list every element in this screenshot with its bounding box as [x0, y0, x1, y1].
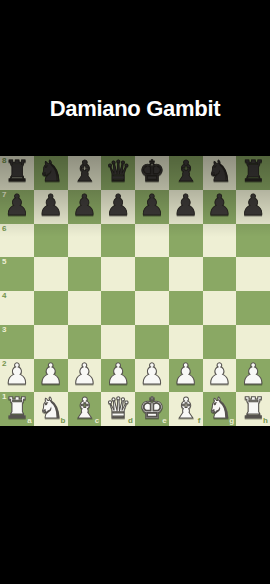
piece-black-bishop[interactable]: ♝	[173, 157, 199, 186]
square-g4[interactable]	[203, 291, 237, 325]
square-f2[interactable]: ♟	[169, 359, 203, 393]
piece-black-pawn[interactable]: ♟	[173, 191, 199, 220]
square-d8[interactable]: ♛	[101, 156, 135, 190]
square-e1[interactable]: e♚	[135, 392, 169, 426]
square-e3[interactable]	[135, 325, 169, 359]
piece-white-pawn[interactable]: ♟	[4, 360, 30, 389]
square-h4[interactable]	[236, 291, 270, 325]
square-f5[interactable]	[169, 257, 203, 291]
square-h7[interactable]: ♟	[236, 190, 270, 224]
square-f3[interactable]	[169, 325, 203, 359]
piece-black-pawn[interactable]: ♟	[105, 191, 131, 220]
square-h2[interactable]: ♟	[236, 359, 270, 393]
chess-board: 8♜♞♝♛♚♝♞♜7♟♟♟♟♟♟♟♟65432♟♟♟♟♟♟♟♟1a♜b♞c♝d♛…	[0, 156, 270, 426]
piece-black-queen[interactable]: ♛	[105, 157, 131, 186]
piece-white-pawn[interactable]: ♟	[105, 360, 131, 389]
square-a3[interactable]: 3	[0, 325, 34, 359]
square-e5[interactable]	[135, 257, 169, 291]
piece-white-bishop[interactable]: ♝	[71, 394, 97, 423]
piece-black-pawn[interactable]: ♟	[38, 191, 64, 220]
square-h3[interactable]	[236, 325, 270, 359]
square-b7[interactable]: ♟	[34, 190, 68, 224]
square-e8[interactable]: ♚	[135, 156, 169, 190]
square-e4[interactable]	[135, 291, 169, 325]
piece-white-pawn[interactable]: ♟	[38, 360, 64, 389]
square-g2[interactable]: ♟	[203, 359, 237, 393]
square-d3[interactable]	[101, 325, 135, 359]
square-b6[interactable]	[34, 224, 68, 258]
square-b1[interactable]: b♞	[34, 392, 68, 426]
piece-black-rook[interactable]: ♜	[4, 157, 30, 186]
piece-white-pawn[interactable]: ♟	[173, 360, 199, 389]
square-d4[interactable]	[101, 291, 135, 325]
square-b3[interactable]	[34, 325, 68, 359]
video-frame: Damiano Gambit 8♜♞♝♛♚♝♞♜7♟♟♟♟♟♟♟♟65432♟♟…	[0, 0, 270, 584]
square-d1[interactable]: d♛	[101, 392, 135, 426]
square-a2[interactable]: 2♟	[0, 359, 34, 393]
piece-white-knight[interactable]: ♞	[38, 394, 64, 423]
square-f8[interactable]: ♝	[169, 156, 203, 190]
rank-label-6: 6	[2, 225, 6, 233]
piece-white-pawn[interactable]: ♟	[139, 360, 165, 389]
square-f6[interactable]	[169, 224, 203, 258]
piece-black-pawn[interactable]: ♟	[71, 191, 97, 220]
square-d7[interactable]: ♟	[101, 190, 135, 224]
square-c2[interactable]: ♟	[68, 359, 102, 393]
square-c8[interactable]: ♝	[68, 156, 102, 190]
piece-black-king[interactable]: ♚	[139, 157, 165, 186]
piece-white-king[interactable]: ♚	[139, 394, 165, 423]
square-e2[interactable]: ♟	[135, 359, 169, 393]
piece-black-knight[interactable]: ♞	[38, 157, 64, 186]
piece-white-pawn[interactable]: ♟	[71, 360, 97, 389]
square-e7[interactable]: ♟	[135, 190, 169, 224]
square-g6[interactable]	[203, 224, 237, 258]
square-a6[interactable]: 6	[0, 224, 34, 258]
square-f7[interactable]: ♟	[169, 190, 203, 224]
piece-white-rook[interactable]: ♜	[4, 394, 30, 423]
square-b2[interactable]: ♟	[34, 359, 68, 393]
rank-label-3: 3	[2, 326, 6, 334]
square-g1[interactable]: g♞	[203, 392, 237, 426]
square-a1[interactable]: 1a♜	[0, 392, 34, 426]
square-b8[interactable]: ♞	[34, 156, 68, 190]
square-a5[interactable]: 5	[0, 257, 34, 291]
piece-white-pawn[interactable]: ♟	[240, 360, 266, 389]
square-g7[interactable]: ♟	[203, 190, 237, 224]
piece-black-rook[interactable]: ♜	[240, 157, 266, 186]
square-g3[interactable]	[203, 325, 237, 359]
square-f1[interactable]: f♝	[169, 392, 203, 426]
square-c3[interactable]	[68, 325, 102, 359]
square-h5[interactable]	[236, 257, 270, 291]
square-c7[interactable]: ♟	[68, 190, 102, 224]
piece-black-knight[interactable]: ♞	[206, 157, 232, 186]
square-e6[interactable]	[135, 224, 169, 258]
square-a4[interactable]: 4	[0, 291, 34, 325]
square-b5[interactable]	[34, 257, 68, 291]
square-c4[interactable]	[68, 291, 102, 325]
square-f4[interactable]	[169, 291, 203, 325]
square-a8[interactable]: 8♜	[0, 156, 34, 190]
piece-white-rook[interactable]: ♜	[240, 394, 266, 423]
piece-white-bishop[interactable]: ♝	[173, 394, 199, 423]
square-c5[interactable]	[68, 257, 102, 291]
square-h1[interactable]: h♜	[236, 392, 270, 426]
video-title: Damiano Gambit	[0, 95, 270, 123]
square-g8[interactable]: ♞	[203, 156, 237, 190]
square-d2[interactable]: ♟	[101, 359, 135, 393]
square-b4[interactable]	[34, 291, 68, 325]
board-area: 8♜♞♝♛♚♝♞♜7♟♟♟♟♟♟♟♟65432♟♟♟♟♟♟♟♟1a♜b♞c♝d♛…	[0, 156, 270, 426]
square-a7[interactable]: 7♟	[0, 190, 34, 224]
rank-label-4: 4	[2, 292, 6, 300]
square-d5[interactable]	[101, 257, 135, 291]
piece-white-pawn[interactable]: ♟	[206, 360, 232, 389]
piece-black-pawn[interactable]: ♟	[240, 191, 266, 220]
piece-black-bishop[interactable]: ♝	[71, 157, 97, 186]
square-h6[interactable]	[236, 224, 270, 258]
piece-black-pawn[interactable]: ♟	[139, 191, 165, 220]
rank-label-5: 5	[2, 258, 6, 266]
square-h8[interactable]: ♜	[236, 156, 270, 190]
piece-white-queen[interactable]: ♛	[105, 394, 131, 423]
piece-black-pawn[interactable]: ♟	[206, 191, 232, 220]
piece-white-knight[interactable]: ♞	[206, 394, 232, 423]
square-c1[interactable]: c♝	[68, 392, 102, 426]
square-g5[interactable]	[203, 257, 237, 291]
piece-black-pawn[interactable]: ♟	[4, 191, 30, 220]
square-d6[interactable]	[101, 224, 135, 258]
square-c6[interactable]	[68, 224, 102, 258]
